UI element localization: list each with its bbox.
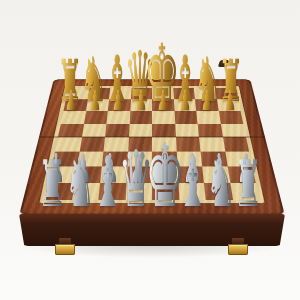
gold-pawn-b7: ♟ <box>89 87 102 115</box>
silver-bishop-f1: ♝ <box>177 147 208 217</box>
gold-pawn-h7: ♟ <box>224 87 237 115</box>
square-h5 <box>220 124 246 137</box>
front-clasp-right-icon <box>228 238 248 255</box>
gold-pawn-a7: ♟ <box>65 87 78 115</box>
front-clasp-left-icon <box>55 238 75 255</box>
gold-pawn-g7: ♟ <box>201 87 214 115</box>
gold-pawn-c7: ♟ <box>112 87 125 115</box>
silver-rook-h1: ♜ <box>234 152 263 216</box>
clasp-plate <box>228 244 248 255</box>
silver-knight-b1: ♞ <box>65 149 95 217</box>
chess-set-product-photo: ♜♞♝♛♚♝♞♜♟♟♟♟♟♟♟♟♟♟♟♟♟♟♟♟♜♞♝♛♚♝♞♜ <box>0 0 300 300</box>
gold-pawn-d7: ♟ <box>135 87 148 115</box>
square-g5 <box>198 124 223 137</box>
gold-pawn-e7: ♟ <box>157 87 170 115</box>
silver-rook-a1: ♜ <box>38 152 67 216</box>
square-b5 <box>82 124 107 137</box>
gold-pawn-f7: ♟ <box>179 87 192 115</box>
silver-knight-g1: ♞ <box>206 149 236 217</box>
clasp-plate <box>55 244 75 255</box>
square-a5 <box>58 124 84 137</box>
